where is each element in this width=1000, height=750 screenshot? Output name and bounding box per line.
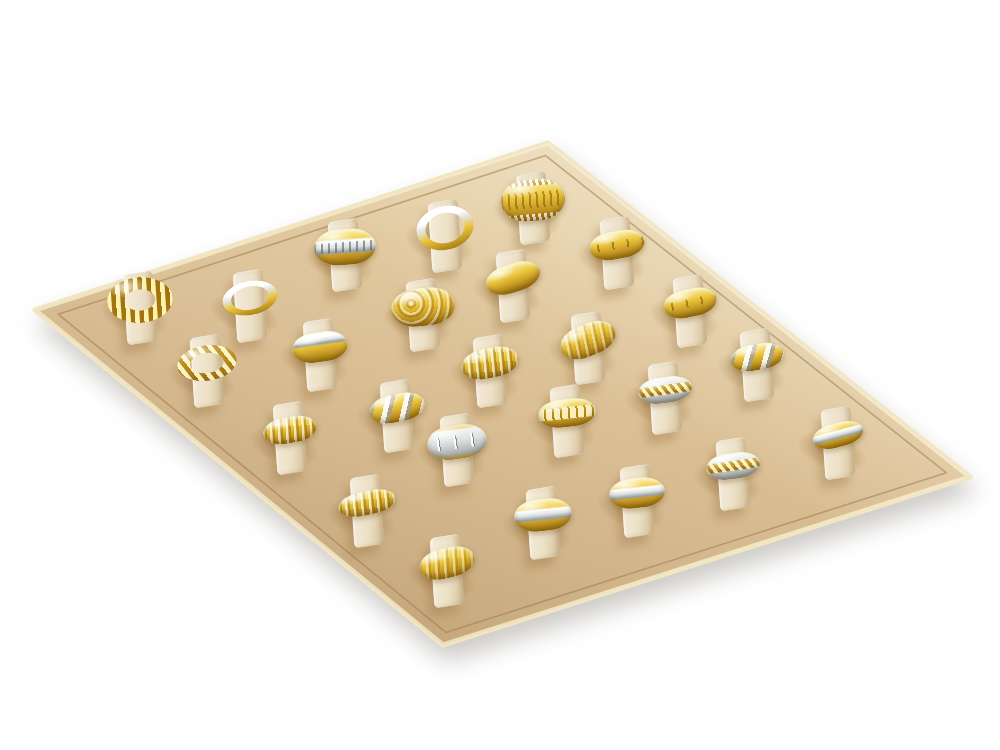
- scene: [0, 0, 1000, 750]
- ring-grid: [0, 0, 1000, 750]
